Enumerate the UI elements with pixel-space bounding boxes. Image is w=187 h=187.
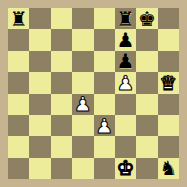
black-pawn-f7[interactable]: ♟: [117, 30, 135, 50]
chess-board-frame: ♜♜♚♟♟♟♛♟♟♚♞: [0, 0, 187, 187]
square-h7[interactable]: [158, 29, 179, 50]
square-c8[interactable]: [51, 8, 72, 29]
white-pawn-e3[interactable]: ♟: [95, 116, 113, 136]
square-g3[interactable]: [136, 115, 157, 136]
square-b7[interactable]: [29, 29, 50, 50]
square-b4[interactable]: [29, 94, 50, 115]
white-pawn-d4[interactable]: ♟: [74, 94, 92, 114]
square-b6[interactable]: [29, 51, 50, 72]
black-knight-h1[interactable]: ♞: [159, 158, 177, 178]
square-b1[interactable]: [29, 158, 50, 179]
black-pawn-f6[interactable]: ♟: [117, 51, 135, 71]
square-a8[interactable]: ♜: [8, 8, 29, 29]
square-a6[interactable]: [8, 51, 29, 72]
square-a3[interactable]: [8, 115, 29, 136]
square-g1[interactable]: [136, 158, 157, 179]
square-e8[interactable]: [94, 8, 115, 29]
square-h6[interactable]: [158, 51, 179, 72]
square-d7[interactable]: [72, 29, 93, 50]
square-c1[interactable]: [51, 158, 72, 179]
square-f3[interactable]: [115, 115, 136, 136]
square-h5[interactable]: ♛: [158, 72, 179, 93]
square-g2[interactable]: [136, 136, 157, 157]
square-b3[interactable]: [29, 115, 50, 136]
square-g4[interactable]: [136, 94, 157, 115]
white-queen-h5[interactable]: ♛: [159, 73, 177, 93]
square-f4[interactable]: [115, 94, 136, 115]
chess-board: ♜♜♚♟♟♟♛♟♟♚♞: [8, 8, 179, 179]
square-d2[interactable]: [72, 136, 93, 157]
square-g7[interactable]: [136, 29, 157, 50]
square-h3[interactable]: [158, 115, 179, 136]
square-f1[interactable]: ♚: [115, 158, 136, 179]
square-d5[interactable]: [72, 72, 93, 93]
square-b2[interactable]: [29, 136, 50, 157]
square-f2[interactable]: [115, 136, 136, 157]
square-f8[interactable]: ♜: [115, 8, 136, 29]
square-c4[interactable]: [51, 94, 72, 115]
square-a2[interactable]: [8, 136, 29, 157]
square-g6[interactable]: [136, 51, 157, 72]
square-a7[interactable]: [8, 29, 29, 50]
square-d3[interactable]: [72, 115, 93, 136]
square-a5[interactable]: [8, 72, 29, 93]
square-c7[interactable]: [51, 29, 72, 50]
square-e5[interactable]: [94, 72, 115, 93]
square-e2[interactable]: [94, 136, 115, 157]
square-e6[interactable]: [94, 51, 115, 72]
square-a1[interactable]: [8, 158, 29, 179]
square-h2[interactable]: [158, 136, 179, 157]
square-f7[interactable]: ♟: [115, 29, 136, 50]
square-e1[interactable]: [94, 158, 115, 179]
black-king-g8[interactable]: ♚: [138, 9, 156, 29]
square-c5[interactable]: [51, 72, 72, 93]
white-pawn-f5[interactable]: ♟: [117, 73, 135, 93]
square-e7[interactable]: [94, 29, 115, 50]
square-a4[interactable]: [8, 94, 29, 115]
square-b5[interactable]: [29, 72, 50, 93]
square-h8[interactable]: [158, 8, 179, 29]
square-d6[interactable]: [72, 51, 93, 72]
square-d1[interactable]: [72, 158, 93, 179]
square-d4[interactable]: ♟: [72, 94, 93, 115]
square-h4[interactable]: [158, 94, 179, 115]
black-rook-a8[interactable]: ♜: [10, 9, 28, 29]
square-f6[interactable]: ♟: [115, 51, 136, 72]
white-king-f1[interactable]: ♚: [117, 158, 135, 178]
square-e4[interactable]: [94, 94, 115, 115]
square-d8[interactable]: [72, 8, 93, 29]
square-c3[interactable]: [51, 115, 72, 136]
square-g8[interactable]: ♚: [136, 8, 157, 29]
black-rook-f8[interactable]: ♜: [117, 9, 135, 29]
square-h1[interactable]: ♞: [158, 158, 179, 179]
square-c2[interactable]: [51, 136, 72, 157]
square-g5[interactable]: [136, 72, 157, 93]
square-c6[interactable]: [51, 51, 72, 72]
square-f5[interactable]: ♟: [115, 72, 136, 93]
square-e3[interactable]: ♟: [94, 115, 115, 136]
square-b8[interactable]: [29, 8, 50, 29]
